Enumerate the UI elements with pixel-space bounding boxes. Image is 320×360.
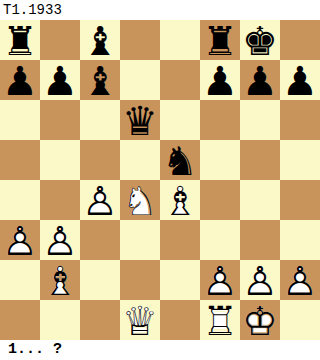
black-pawn[interactable]: ♟ (0, 60, 40, 100)
square-c3[interactable] (80, 220, 120, 260)
square-d3[interactable] (120, 220, 160, 260)
puzzle-title: T1.1933 (0, 0, 320, 20)
square-d7[interactable] (120, 60, 160, 100)
square-c5[interactable] (80, 140, 120, 180)
square-a7[interactable]: ♟ (0, 60, 40, 100)
square-g3[interactable] (240, 220, 280, 260)
square-a1[interactable] (0, 300, 40, 340)
square-b2[interactable]: ♝♗ (40, 260, 80, 300)
white-pawn[interactable]: ♙ (280, 260, 320, 300)
white-king[interactable]: ♔ (240, 300, 280, 340)
square-e4[interactable]: ♝♗ (160, 180, 200, 220)
square-b5[interactable] (40, 140, 80, 180)
square-e5[interactable]: ♞ (160, 140, 200, 180)
square-a3[interactable]: ♟♙ (0, 220, 40, 260)
square-h2[interactable]: ♟♙ (280, 260, 320, 300)
white-bishop[interactable]: ♗ (160, 180, 200, 220)
square-b7[interactable]: ♟ (40, 60, 80, 100)
black-rook[interactable]: ♜ (0, 20, 40, 60)
square-d2[interactable] (120, 260, 160, 300)
square-c1[interactable] (80, 300, 120, 340)
square-f5[interactable] (200, 140, 240, 180)
square-d4[interactable]: ♞♘ (120, 180, 160, 220)
black-king[interactable]: ♚ (240, 20, 280, 60)
square-e6[interactable] (160, 100, 200, 140)
chess-puzzle-app: T1.1933 ♜♝♜♚♟♟♝♟♟♟♛♞♟♙♞♘♝♗♟♙♟♙♝♗♟♙♟♙♟♙♛♕… (0, 0, 320, 360)
square-h5[interactable] (280, 140, 320, 180)
square-c8[interactable]: ♝ (80, 20, 120, 60)
square-c4[interactable]: ♟♙ (80, 180, 120, 220)
white-knight[interactable]: ♘ (120, 180, 160, 220)
square-g7[interactable]: ♟ (240, 60, 280, 100)
square-d8[interactable] (120, 20, 160, 60)
square-e2[interactable] (160, 260, 200, 300)
square-f4[interactable] (200, 180, 240, 220)
square-g8[interactable]: ♚ (240, 20, 280, 60)
black-pawn[interactable]: ♟ (40, 60, 80, 100)
square-c6[interactable] (80, 100, 120, 140)
square-g1[interactable]: ♚♔ (240, 300, 280, 340)
black-pawn[interactable]: ♟ (200, 60, 240, 100)
square-h4[interactable] (280, 180, 320, 220)
square-h8[interactable] (280, 20, 320, 60)
square-a6[interactable] (0, 100, 40, 140)
white-bishop[interactable]: ♗ (40, 260, 80, 300)
square-a5[interactable] (0, 140, 40, 180)
black-pawn[interactable]: ♟ (280, 60, 320, 100)
square-d5[interactable] (120, 140, 160, 180)
square-f6[interactable] (200, 100, 240, 140)
square-f7[interactable]: ♟ (200, 60, 240, 100)
black-queen[interactable]: ♛ (120, 100, 160, 140)
square-c2[interactable] (80, 260, 120, 300)
square-a8[interactable]: ♜ (0, 20, 40, 60)
square-g2[interactable]: ♟♙ (240, 260, 280, 300)
square-b3[interactable]: ♟♙ (40, 220, 80, 260)
square-c7[interactable]: ♝ (80, 60, 120, 100)
square-e8[interactable] (160, 20, 200, 60)
black-bishop[interactable]: ♝ (80, 60, 120, 100)
white-queen[interactable]: ♕ (120, 300, 160, 340)
white-pawn[interactable]: ♙ (200, 260, 240, 300)
square-d1[interactable]: ♛♕ (120, 300, 160, 340)
square-b6[interactable] (40, 100, 80, 140)
square-f8[interactable]: ♜ (200, 20, 240, 60)
square-e3[interactable] (160, 220, 200, 260)
white-pawn[interactable]: ♙ (240, 260, 280, 300)
chess-board: ♜♝♜♚♟♟♝♟♟♟♛♞♟♙♞♘♝♗♟♙♟♙♝♗♟♙♟♙♟♙♛♕♜♖♚♔ (0, 20, 320, 340)
square-f1[interactable]: ♜♖ (200, 300, 240, 340)
square-h3[interactable] (280, 220, 320, 260)
white-pawn[interactable]: ♙ (80, 180, 120, 220)
black-pawn[interactable]: ♟ (240, 60, 280, 100)
white-rook[interactable]: ♖ (200, 300, 240, 340)
square-f2[interactable]: ♟♙ (200, 260, 240, 300)
square-a4[interactable] (0, 180, 40, 220)
square-b4[interactable] (40, 180, 80, 220)
square-b8[interactable] (40, 20, 80, 60)
square-a2[interactable] (0, 260, 40, 300)
square-g5[interactable] (240, 140, 280, 180)
square-g4[interactable] (240, 180, 280, 220)
white-pawn[interactable]: ♙ (0, 220, 40, 260)
square-d6[interactable]: ♛ (120, 100, 160, 140)
square-e1[interactable] (160, 300, 200, 340)
black-knight[interactable]: ♞ (160, 140, 200, 180)
square-g6[interactable] (240, 100, 280, 140)
square-h7[interactable]: ♟ (280, 60, 320, 100)
black-rook[interactable]: ♜ (200, 20, 240, 60)
square-b1[interactable] (40, 300, 80, 340)
square-h6[interactable] (280, 100, 320, 140)
square-f3[interactable] (200, 220, 240, 260)
black-bishop[interactable]: ♝ (80, 20, 120, 60)
square-e7[interactable] (160, 60, 200, 100)
white-pawn[interactable]: ♙ (40, 220, 80, 260)
square-h1[interactable] (280, 300, 320, 340)
